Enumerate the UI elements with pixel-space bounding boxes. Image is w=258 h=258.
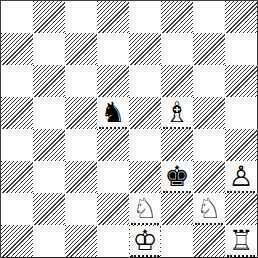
square-g2[interactable]: ♘ <box>193 193 225 225</box>
square-g3[interactable] <box>193 161 225 193</box>
white-knight-g2[interactable]: ♘ <box>193 193 225 225</box>
square-a3[interactable] <box>1 161 33 193</box>
square-f1[interactable] <box>161 225 193 257</box>
square-b3[interactable] <box>33 161 65 193</box>
square-h7[interactable] <box>225 33 257 65</box>
square-g7[interactable] <box>193 33 225 65</box>
square-a8[interactable] <box>1 1 33 33</box>
square-b1[interactable] <box>33 225 65 257</box>
square-a7[interactable] <box>1 33 33 65</box>
square-e1[interactable]: ♔ <box>129 225 161 257</box>
square-a6[interactable] <box>1 65 33 97</box>
square-a4[interactable] <box>1 129 33 161</box>
square-h3[interactable]: ♙ <box>225 161 257 193</box>
square-d4[interactable] <box>97 129 129 161</box>
square-g5[interactable] <box>193 97 225 129</box>
black-king-f3[interactable]: ♚ <box>161 161 193 193</box>
square-b8[interactable] <box>33 1 65 33</box>
square-d8[interactable] <box>97 1 129 33</box>
chess-board: ♞♗♚♙♘♘♔♖ <box>0 0 258 258</box>
square-c6[interactable] <box>65 65 97 97</box>
square-a5[interactable] <box>1 97 33 129</box>
square-e8[interactable] <box>129 1 161 33</box>
square-f5[interactable]: ♗ <box>161 97 193 129</box>
square-e5[interactable] <box>129 97 161 129</box>
square-f8[interactable] <box>161 1 193 33</box>
square-h5[interactable] <box>225 97 257 129</box>
square-f7[interactable] <box>161 33 193 65</box>
square-d6[interactable] <box>97 65 129 97</box>
square-g6[interactable] <box>193 65 225 97</box>
square-d7[interactable] <box>97 33 129 65</box>
square-b6[interactable] <box>33 65 65 97</box>
square-e7[interactable] <box>129 33 161 65</box>
square-f6[interactable] <box>161 65 193 97</box>
square-d5[interactable]: ♞ <box>97 97 129 129</box>
white-pawn-h3[interactable]: ♙ <box>225 161 257 193</box>
square-c3[interactable] <box>65 161 97 193</box>
square-b4[interactable] <box>33 129 65 161</box>
square-b2[interactable] <box>33 193 65 225</box>
square-b7[interactable] <box>33 33 65 65</box>
square-a2[interactable] <box>1 193 33 225</box>
square-h8[interactable] <box>225 1 257 33</box>
square-g1[interactable] <box>193 225 225 257</box>
square-c5[interactable] <box>65 97 97 129</box>
black-knight-d5[interactable]: ♞ <box>97 97 129 129</box>
square-e2[interactable]: ♘ <box>129 193 161 225</box>
white-rook-h1[interactable]: ♖ <box>225 225 257 257</box>
square-a1[interactable] <box>1 225 33 257</box>
square-h2[interactable] <box>225 193 257 225</box>
square-c7[interactable] <box>65 33 97 65</box>
square-f3[interactable]: ♚ <box>161 161 193 193</box>
square-d2[interactable] <box>97 193 129 225</box>
square-h6[interactable] <box>225 65 257 97</box>
square-h1[interactable]: ♖ <box>225 225 257 257</box>
square-c4[interactable] <box>65 129 97 161</box>
white-knight-e2[interactable]: ♘ <box>129 193 161 225</box>
square-f4[interactable] <box>161 129 193 161</box>
square-g4[interactable] <box>193 129 225 161</box>
square-g8[interactable] <box>193 1 225 33</box>
square-c8[interactable] <box>65 1 97 33</box>
square-e4[interactable] <box>129 129 161 161</box>
square-b5[interactable] <box>33 97 65 129</box>
square-d1[interactable] <box>97 225 129 257</box>
square-f2[interactable] <box>161 193 193 225</box>
square-e6[interactable] <box>129 65 161 97</box>
square-c1[interactable] <box>65 225 97 257</box>
square-e3[interactable] <box>129 161 161 193</box>
white-king-e1[interactable]: ♔ <box>130 226 160 256</box>
square-h4[interactable] <box>225 129 257 161</box>
white-bishop-f5[interactable]: ♗ <box>161 97 193 129</box>
square-d3[interactable] <box>97 161 129 193</box>
square-c2[interactable] <box>65 193 97 225</box>
